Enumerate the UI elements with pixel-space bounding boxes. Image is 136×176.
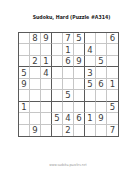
cell-r3c8: 5 [96,56,107,67]
cell-r2c7: 4 [85,44,96,55]
cell-r2c1 [19,44,30,55]
cell-r7c8 [96,102,107,113]
cell-r5c2 [30,79,41,90]
cell-r8c7: 1 [85,113,96,124]
cell-r4c2 [30,67,41,78]
cell-r3c7 [85,56,96,67]
cell-r5c6 [74,79,85,90]
cell-r5c7: 5 [85,79,96,90]
cell-r8c6: 6 [74,113,85,124]
cell-r3c1 [19,56,30,67]
cell-r6c3 [41,90,52,101]
cell-r9c2: 9 [30,125,41,136]
cell-r5c5 [63,79,74,90]
cell-r2c6 [74,44,85,55]
cell-r7c9: 5 [107,102,118,113]
cell-r3c3: 1 [41,56,52,67]
cell-r5c3 [41,79,52,90]
cell-r2c2 [30,44,41,55]
cell-r5c1: 9 [19,79,30,90]
cell-r1c5: 7 [63,33,74,44]
cell-r4c8 [96,67,107,78]
cell-r7c5 [63,102,74,113]
cell-r6c2 [30,90,41,101]
cell-r9c4 [52,125,63,136]
cell-r3c5: 6 [63,56,74,67]
cell-r3c6: 9 [74,56,85,67]
cell-r7c1: 1 [19,102,30,113]
cell-r9c7 [85,125,96,136]
cell-r7c2 [30,102,41,113]
page-title: Sudoku, Hard (Puzzle #A314) [33,14,104,19]
cell-r5c9: 1 [107,79,118,90]
cell-r6c5: 5 [63,90,74,101]
cell-r2c4 [52,44,63,55]
cell-r4c3: 4 [41,67,52,78]
cell-r6c8 [96,90,107,101]
cell-r2c8 [96,44,107,55]
cell-r1c3: 9 [41,33,52,44]
cell-r9c3 [41,125,52,136]
cell-r9c5: 2 [63,125,74,136]
cell-r4c9 [107,67,118,78]
cell-r9c1 [19,125,30,136]
cell-r7c6 [74,102,85,113]
cell-r3c2: 2 [30,56,41,67]
cell-r1c7 [85,33,96,44]
cell-r8c4: 5 [52,113,63,124]
cell-r9c6 [74,125,85,136]
sudoku-board: 897561421695543956151554619927 [18,32,119,137]
cell-r8c9 [107,113,118,124]
cell-r4c1: 5 [19,67,30,78]
cell-r6c1 [19,90,30,101]
cell-r5c8: 6 [96,79,107,90]
cell-r1c1 [19,33,30,44]
cell-r8c8: 9 [96,113,107,124]
cell-r8c2 [30,113,41,124]
cell-r1c4 [52,33,63,44]
cell-r1c9: 6 [107,33,118,44]
cell-r5c4 [52,79,63,90]
cell-r1c8 [96,33,107,44]
footer-url: www.sudoku-puzzles.net [42,163,94,166]
cell-r6c7 [85,90,96,101]
cell-r6c9 [107,90,118,101]
cell-r3c4 [52,56,63,67]
cell-r1c6: 5 [74,33,85,44]
cell-r1c2: 8 [30,33,41,44]
cell-r8c1 [19,113,30,124]
cell-r9c8 [96,125,107,136]
cell-r4c5 [63,67,74,78]
cell-r2c5: 1 [63,44,74,55]
cell-r4c7: 3 [85,67,96,78]
cell-r9c9: 7 [107,125,118,136]
cell-r8c3 [41,113,52,124]
cell-r4c6 [74,67,85,78]
cell-r6c4 [52,90,63,101]
cell-r3c9 [107,56,118,67]
cell-r7c4 [52,102,63,113]
cell-r8c5: 4 [63,113,74,124]
printable-sudoku-page: Sudoku, Hard (Puzzle #A314) 897561421695… [0,0,136,176]
cell-r7c3 [41,102,52,113]
cell-r2c9 [107,44,118,55]
cell-r2c3 [41,44,52,55]
cell-r7c7 [85,102,96,113]
cell-r6c6 [74,90,85,101]
cell-r4c4 [52,67,63,78]
